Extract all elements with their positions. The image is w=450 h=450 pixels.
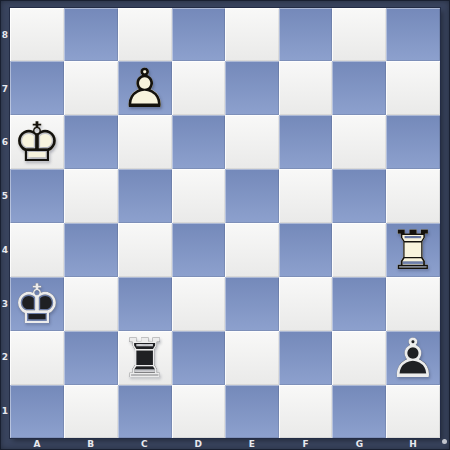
file-labels: ABCDEFGH <box>10 438 440 450</box>
square-c5[interactable] <box>118 169 172 222</box>
chess-board-window: ♟♙♚♔♜♖♚♔♜♖♟♙ 87654321 ABCDEFGH <box>0 0 450 450</box>
square-g1[interactable] <box>332 385 386 438</box>
square-g6[interactable] <box>332 115 386 169</box>
square-g8[interactable] <box>332 8 386 61</box>
rank-label-3: 3 <box>0 277 10 331</box>
square-d8[interactable] <box>172 8 226 61</box>
square-a4[interactable] <box>10 223 64 277</box>
square-g2[interactable] <box>332 331 386 385</box>
square-a5[interactable] <box>10 169 64 222</box>
square-f1[interactable] <box>279 385 333 438</box>
square-a3[interactable]: ♚♔ <box>10 277 64 331</box>
rank-label-8: 8 <box>0 8 10 62</box>
square-a7[interactable] <box>10 61 64 115</box>
square-g4[interactable] <box>332 223 386 277</box>
square-a6[interactable]: ♚♔ <box>10 115 64 169</box>
square-c6[interactable] <box>118 115 172 169</box>
rank-label-6: 6 <box>0 116 10 170</box>
file-label-h: H <box>386 438 440 450</box>
rank-label-4: 4 <box>0 223 10 277</box>
square-e6[interactable] <box>225 115 279 169</box>
square-b4[interactable] <box>64 223 118 277</box>
square-h6[interactable] <box>386 115 440 169</box>
white-pawn-c7[interactable]: ♟♙ <box>118 62 172 116</box>
square-d6[interactable] <box>172 115 226 169</box>
square-a1[interactable] <box>10 385 64 438</box>
square-g3[interactable] <box>332 277 386 331</box>
square-f8[interactable] <box>279 8 333 61</box>
square-g7[interactable] <box>332 61 386 115</box>
rank-label-2: 2 <box>0 331 10 385</box>
file-label-a: A <box>10 438 64 450</box>
square-b5[interactable] <box>64 169 118 222</box>
square-f7[interactable] <box>279 61 333 115</box>
square-c7[interactable]: ♟♙ <box>118 61 172 115</box>
square-h2[interactable]: ♟♙ <box>386 331 440 385</box>
chess-board: ♟♙♚♔♜♖♚♔♜♖♟♙ <box>10 8 440 438</box>
file-label-d: D <box>171 438 225 450</box>
square-e8[interactable] <box>225 8 279 61</box>
square-h5[interactable] <box>386 169 440 222</box>
square-b1[interactable] <box>64 385 118 438</box>
square-h4[interactable]: ♜♖ <box>386 223 440 277</box>
rank-label-1: 1 <box>0 384 10 438</box>
square-f6[interactable] <box>279 115 333 169</box>
black-pawn-glyph-outline: ♙ <box>386 332 440 386</box>
file-label-b: B <box>64 438 118 450</box>
square-d3[interactable] <box>172 277 226 331</box>
square-d7[interactable] <box>172 61 226 115</box>
white-pawn-glyph-outline: ♙ <box>118 62 172 116</box>
square-h3[interactable] <box>386 277 440 331</box>
square-h7[interactable] <box>386 61 440 115</box>
square-e2[interactable] <box>225 331 279 385</box>
square-d1[interactable] <box>172 385 226 438</box>
square-d5[interactable] <box>172 169 226 222</box>
square-b8[interactable] <box>64 8 118 61</box>
white-rook-h4[interactable]: ♜♖ <box>386 224 440 278</box>
square-a8[interactable] <box>10 8 64 61</box>
square-h1[interactable] <box>386 385 440 438</box>
file-label-g: G <box>333 438 387 450</box>
white-king-glyph-outline: ♔ <box>10 116 64 170</box>
square-c1[interactable] <box>118 385 172 438</box>
square-c8[interactable] <box>118 8 172 61</box>
square-b6[interactable] <box>64 115 118 169</box>
square-b2[interactable] <box>64 331 118 385</box>
square-e3[interactable] <box>225 277 279 331</box>
square-c4[interactable] <box>118 223 172 277</box>
white-rook-glyph-outline: ♖ <box>386 224 440 278</box>
square-h8[interactable] <box>386 8 440 61</box>
file-label-e: E <box>225 438 279 450</box>
file-label-c: C <box>118 438 172 450</box>
rank-labels: 87654321 <box>0 8 10 438</box>
black-king-glyph-outline: ♔ <box>10 278 64 332</box>
square-f5[interactable] <box>279 169 333 222</box>
black-king-a3[interactable]: ♚♔ <box>10 278 64 332</box>
white-king-a6[interactable]: ♚♔ <box>10 116 64 170</box>
black-pawn-h2[interactable]: ♟♙ <box>386 332 440 386</box>
square-a2[interactable] <box>10 331 64 385</box>
square-d2[interactable] <box>172 331 226 385</box>
side-to-move-dot <box>442 439 447 444</box>
square-g5[interactable] <box>332 169 386 222</box>
black-rook-glyph-outline: ♖ <box>118 332 172 386</box>
square-f4[interactable] <box>279 223 333 277</box>
square-e4[interactable] <box>225 223 279 277</box>
square-f3[interactable] <box>279 277 333 331</box>
square-b7[interactable] <box>64 61 118 115</box>
square-e7[interactable] <box>225 61 279 115</box>
square-c2[interactable]: ♜♖ <box>118 331 172 385</box>
square-d4[interactable] <box>172 223 226 277</box>
square-b3[interactable] <box>64 277 118 331</box>
square-c3[interactable] <box>118 277 172 331</box>
rank-label-7: 7 <box>0 62 10 116</box>
rank-label-5: 5 <box>0 169 10 223</box>
square-f2[interactable] <box>279 331 333 385</box>
black-rook-c2[interactable]: ♜♖ <box>118 332 172 386</box>
file-label-f: F <box>279 438 333 450</box>
square-e1[interactable] <box>225 385 279 438</box>
square-e5[interactable] <box>225 169 279 222</box>
